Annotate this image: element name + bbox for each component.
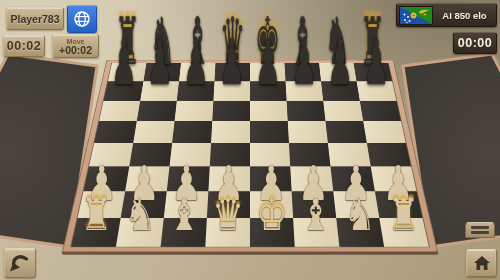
move-bonus-badge: Move +00:02 (52, 34, 99, 58)
square-h2[interactable] (375, 191, 423, 218)
menu-button[interactable] (465, 222, 495, 238)
square-c1[interactable] (161, 218, 207, 247)
square-b8[interactable] (143, 63, 181, 81)
black-clock-time: 00:00 (458, 36, 492, 50)
square-c7[interactable] (177, 81, 215, 100)
square-f7[interactable] (286, 81, 324, 100)
square-c4[interactable] (170, 143, 212, 166)
square-c8[interactable] (179, 63, 216, 81)
board-squares (71, 63, 429, 247)
square-d8[interactable] (214, 63, 250, 81)
square-g5[interactable] (325, 121, 366, 143)
square-h5[interactable] (363, 121, 406, 143)
square-d5[interactable] (211, 121, 250, 143)
undo-arrow-icon (8, 251, 32, 275)
square-a7[interactable] (104, 81, 144, 100)
square-g7[interactable] (321, 81, 360, 100)
square-d3[interactable] (208, 166, 250, 191)
square-c3[interactable] (167, 166, 210, 191)
square-a6[interactable] (99, 101, 140, 122)
square-e7[interactable] (250, 81, 287, 100)
square-d6[interactable] (212, 101, 250, 122)
white-clock-time: 00:02 (7, 39, 41, 53)
square-e8[interactable] (250, 63, 286, 81)
undo-button[interactable] (4, 248, 36, 278)
square-f6[interactable] (287, 101, 326, 122)
square-h1[interactable] (379, 218, 428, 247)
square-d2[interactable] (207, 191, 250, 218)
square-e2[interactable] (250, 191, 293, 218)
christmas-island-flag-icon (399, 6, 433, 25)
opponent-name-label: AI 850 elo (433, 10, 496, 21)
move-bonus-value: +00:02 (59, 45, 92, 56)
square-f8[interactable] (285, 63, 322, 81)
square-e6[interactable] (250, 101, 288, 122)
menu-icon (471, 226, 489, 229)
square-d7[interactable] (213, 81, 250, 100)
square-g1[interactable] (336, 218, 384, 247)
player-name-label: Player783 (10, 13, 59, 25)
square-g3[interactable] (330, 166, 374, 191)
opponent-button[interactable]: AI 850 elo (396, 3, 497, 27)
square-b3[interactable] (125, 166, 169, 191)
square-f4[interactable] (289, 143, 331, 166)
square-c2[interactable] (164, 191, 209, 218)
square-a4[interactable] (89, 143, 133, 166)
square-a8[interactable] (108, 63, 147, 81)
square-d1[interactable] (205, 218, 250, 247)
square-g4[interactable] (328, 143, 371, 166)
square-a3[interactable] (83, 166, 129, 191)
black-clock: 00:00 (453, 32, 497, 54)
square-f1[interactable] (293, 218, 339, 247)
square-c5[interactable] (172, 121, 212, 143)
square-g2[interactable] (333, 191, 379, 218)
square-f2[interactable] (292, 191, 337, 218)
square-d4[interactable] (210, 143, 250, 166)
square-h7[interactable] (357, 81, 397, 100)
player-name-button[interactable]: Player783 (6, 7, 64, 30)
chess-board[interactable] (62, 60, 438, 252)
square-f5[interactable] (288, 121, 328, 143)
white-clock: 00:02 (3, 35, 45, 57)
square-a2[interactable] (78, 191, 126, 218)
square-b7[interactable] (140, 81, 179, 100)
square-a1[interactable] (71, 218, 120, 247)
square-g8[interactable] (319, 63, 357, 81)
square-f3[interactable] (290, 166, 333, 191)
square-a5[interactable] (94, 121, 137, 143)
globe-button[interactable] (67, 5, 97, 33)
square-b4[interactable] (129, 143, 172, 166)
home-icon (473, 255, 491, 271)
square-b6[interactable] (137, 101, 177, 122)
square-h3[interactable] (371, 166, 417, 191)
square-c6[interactable] (175, 101, 214, 122)
globe-icon (73, 10, 91, 28)
game-stage: ♜♞♝♛♚♝♞♜♟♟♟♟♟♟♟♟♟♟♟♟♟♟♟♟♜♞♝♛♚♝♞♜ Player7… (0, 0, 500, 280)
square-h8[interactable] (354, 63, 393, 81)
square-e1[interactable] (250, 218, 295, 247)
square-e3[interactable] (250, 166, 292, 191)
square-h6[interactable] (360, 101, 401, 122)
square-b1[interactable] (116, 218, 164, 247)
square-b5[interactable] (133, 121, 174, 143)
square-e4[interactable] (250, 143, 290, 166)
home-button[interactable] (466, 249, 497, 277)
square-h4[interactable] (367, 143, 411, 166)
square-b2[interactable] (121, 191, 167, 218)
square-g6[interactable] (323, 101, 363, 122)
square-e5[interactable] (250, 121, 289, 143)
